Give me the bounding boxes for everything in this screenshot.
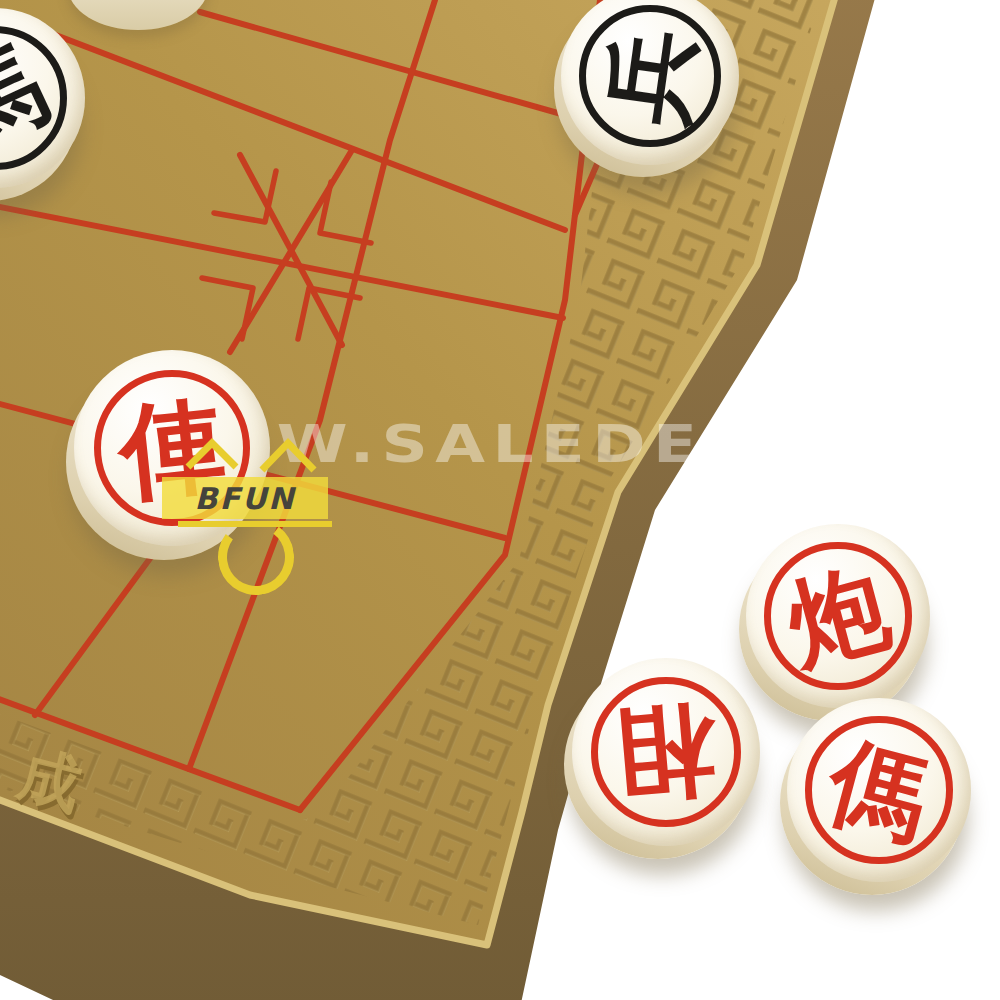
piece-face: 馬 [0,8,85,188]
badge-chevron-icon [258,437,318,473]
product-photo-stage: 成 成 WWW.SALEDEAL.VN 馬 兵 俥 [0,0,1000,1000]
badge-label-box: BFUN [162,477,328,519]
piece-black-horse[interactable]: 馬 [0,8,85,188]
piece-face: 相 [572,658,760,846]
piece-red-horse[interactable]: 傌 [787,698,971,882]
piece-red-elephant[interactable]: 相 [572,658,760,846]
bfun-watermark-badge: BFUN [150,425,350,605]
piece-glyph: 兵 [549,0,750,177]
badge-chevron-icon [182,435,242,471]
badge-text: BFUN [195,481,296,516]
piece-glyph: 傌 [766,677,991,902]
piece-face: 炮 [746,524,930,708]
piece-glyph: 相 [564,650,768,854]
piece-face: 傌 [787,698,971,882]
piece-red-cannon[interactable]: 炮 [746,524,930,708]
piece-black-soldier[interactable]: 兵 [561,0,739,165]
piece-face: 兵 [561,0,739,165]
